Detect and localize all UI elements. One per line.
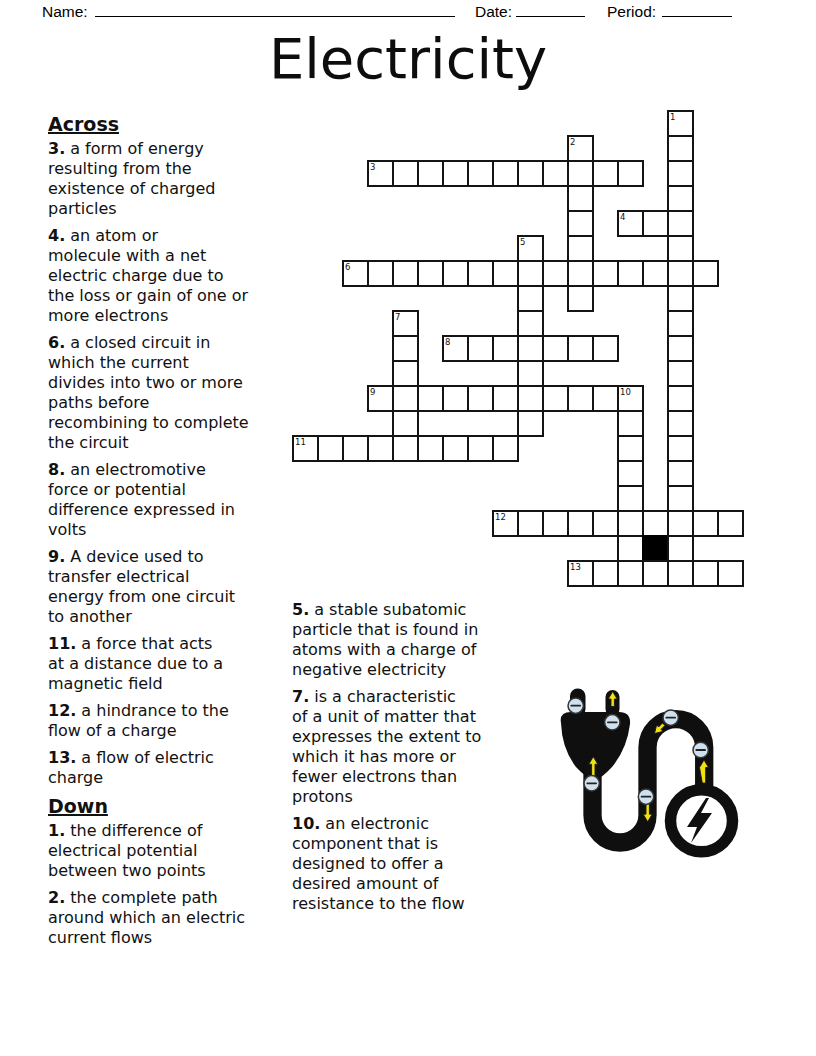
grid-cell[interactable] [667, 435, 694, 462]
grid-cell[interactable] [542, 160, 569, 187]
grid-cell[interactable] [667, 160, 694, 187]
grid-cell[interactable] [417, 385, 444, 412]
black-cell [642, 535, 669, 562]
grid-cell[interactable] [542, 510, 569, 537]
grid-cell[interactable] [592, 335, 619, 362]
electron-icon [568, 698, 583, 713]
clue-text: a stable subatomic particle that is foun… [292, 600, 478, 679]
grid-cell[interactable] [392, 385, 419, 412]
grid-cell[interactable]: 8 [442, 335, 469, 362]
grid-cell[interactable] [642, 560, 669, 587]
grid-cell[interactable]: 6 [342, 260, 369, 287]
grid-cell[interactable] [667, 260, 694, 287]
grid-cell[interactable] [667, 235, 694, 262]
grid-cell[interactable] [717, 560, 744, 587]
clue-number-label: 11. [48, 634, 76, 653]
grid-cell[interactable] [567, 160, 594, 187]
clue-number-label: 8. [48, 460, 65, 479]
grid-cell[interactable] [617, 460, 644, 487]
clue-down-7: 7.is a characteristic of a unit of matte… [292, 687, 527, 807]
clues-left-column: Across3.a form of energy resulting from … [48, 113, 300, 955]
date-label: Date: [475, 3, 512, 21]
grid-cell[interactable] [492, 435, 519, 462]
grid-cell[interactable] [342, 435, 369, 462]
grid-cell[interactable] [417, 160, 444, 187]
clue-text: the complete path around which an electr… [48, 888, 245, 947]
clue-down-10: 10.an electronic component that is desig… [292, 814, 527, 914]
grid-cell[interactable] [367, 435, 394, 462]
grid-cell[interactable] [617, 435, 644, 462]
grid-cell[interactable]: 13 [567, 560, 594, 587]
grid-cell[interactable]: 9 [367, 385, 394, 412]
grid-cell[interactable] [492, 160, 519, 187]
grid-cell[interactable] [667, 560, 694, 587]
grid-cell[interactable] [642, 510, 669, 537]
clue-number-label: 6. [48, 333, 65, 352]
grid-cell[interactable] [567, 185, 594, 212]
grid-cell[interactable] [392, 335, 419, 362]
grid-cell[interactable] [367, 260, 394, 287]
grid-cell[interactable] [617, 485, 644, 512]
grid-cell[interactable] [492, 335, 519, 362]
clue-number-label: 9. [48, 547, 65, 566]
grid-cell[interactable] [692, 260, 719, 287]
clue-number: 7 [395, 312, 400, 322]
across-heading: Across [48, 113, 300, 135]
grid-cell[interactable] [542, 335, 569, 362]
grid-cell[interactable] [692, 560, 719, 587]
clue-number-label: 7. [292, 687, 309, 706]
lightning-circle-icon [671, 790, 733, 852]
date-line[interactable] [516, 2, 585, 17]
clue-number: 10 [620, 387, 631, 397]
grid-cell[interactable] [517, 160, 544, 187]
grid-cell[interactable] [567, 385, 594, 412]
grid-cell[interactable] [517, 410, 544, 437]
clue-text: a form of energy resulting from the exis… [48, 139, 216, 218]
grid-cell[interactable]: 7 [392, 310, 419, 337]
plug-cable-illustration [540, 680, 750, 865]
grid-cell[interactable]: 12 [492, 510, 519, 537]
grid-cell[interactable]: 1 [667, 110, 694, 137]
grid-cell[interactable] [467, 260, 494, 287]
clue-text: a closed circuit in which the current di… [48, 333, 249, 452]
grid-cell[interactable] [392, 410, 419, 437]
clue-number: 6 [345, 262, 350, 272]
grid-cell[interactable] [617, 535, 644, 562]
clue-text: the difference of electrical potential b… [48, 821, 206, 880]
worksheet-page: Name: Date: Period: Electricity 12345678… [0, 0, 816, 1056]
electron-icon [605, 715, 620, 730]
grid-cell[interactable] [592, 160, 619, 187]
grid-cell[interactable]: 2 [567, 135, 594, 162]
grid-cell[interactable] [567, 335, 594, 362]
clue-number: 4 [620, 212, 625, 222]
clue-number-label: 4. [48, 226, 65, 245]
clue-across-4: 4.an atom or molecule with a net electri… [48, 226, 300, 326]
clue-number-label: 1. [48, 821, 65, 840]
clues-middle-column: 5.a stable subatomic particle that is fo… [292, 600, 527, 921]
grid-cell[interactable] [617, 560, 644, 587]
grid-cell[interactable] [667, 535, 694, 562]
grid-cell[interactable] [392, 160, 419, 187]
grid-cell[interactable] [442, 160, 469, 187]
grid-cell[interactable] [517, 385, 544, 412]
grid-cell[interactable] [517, 360, 544, 387]
clue-across-3: 3.a form of energy resulting from the ex… [48, 139, 300, 219]
grid-cell[interactable] [642, 260, 669, 287]
clue-across-8: 8.an electromotive force or potential di… [48, 460, 300, 540]
grid-cell[interactable] [617, 510, 644, 537]
grid-cell[interactable] [517, 510, 544, 537]
grid-cell[interactable] [642, 210, 669, 237]
grid-cell[interactable] [467, 435, 494, 462]
clue-number: 12 [495, 512, 506, 522]
grid-cell[interactable] [667, 135, 694, 162]
grid-cell[interactable] [517, 310, 544, 337]
clue-text: A device used to transfer electrical ene… [48, 547, 235, 626]
puzzle-title: Electricity [0, 29, 816, 89]
grid-cell[interactable] [667, 460, 694, 487]
clue-number-label: 5. [292, 600, 309, 619]
clue-across-11: 11.a force that acts at a distance due t… [48, 634, 300, 694]
grid-cell[interactable] [392, 260, 419, 287]
grid-cell[interactable] [567, 210, 594, 237]
grid-cell[interactable] [567, 260, 594, 287]
grid-cell[interactable] [517, 285, 544, 312]
clue-text: an atom or molecule with a net electric … [48, 226, 248, 325]
grid-cell[interactable] [667, 285, 694, 312]
grid-cell[interactable]: 5 [517, 235, 544, 262]
grid-cell[interactable] [667, 335, 694, 362]
grid-cell[interactable] [617, 260, 644, 287]
grid-cell[interactable] [592, 510, 619, 537]
grid-cell[interactable] [617, 410, 644, 437]
grid-cell[interactable] [567, 285, 594, 312]
clue-across-9: 9.A device used to transfer electrical e… [48, 547, 300, 627]
name-label: Name: [42, 3, 88, 21]
clue-number-label: 2. [48, 888, 65, 907]
clue-number: 2 [570, 137, 575, 147]
grid-cell[interactable] [492, 385, 519, 412]
grid-cell[interactable] [692, 510, 719, 537]
grid-cell[interactable] [517, 335, 544, 362]
grid-cell[interactable]: 4 [617, 210, 644, 237]
grid-cell[interactable] [517, 260, 544, 287]
grid-cell[interactable] [542, 385, 569, 412]
clue-number-label: 3. [48, 139, 65, 158]
clue-number: 8 [445, 337, 450, 347]
grid-cell[interactable] [317, 435, 344, 462]
clue-number: 5 [520, 237, 525, 247]
grid-cell[interactable] [442, 385, 469, 412]
grid-cell[interactable] [417, 435, 444, 462]
grid-cell[interactable] [392, 435, 419, 462]
grid-cell[interactable] [592, 260, 619, 287]
grid-cell[interactable]: 10 [617, 385, 644, 412]
grid-cell[interactable] [392, 360, 419, 387]
grid-cell[interactable] [667, 410, 694, 437]
electron-icon [584, 776, 599, 791]
grid-cell[interactable] [592, 385, 619, 412]
grid-cell[interactable] [667, 210, 694, 237]
grid-cell[interactable] [667, 510, 694, 537]
grid-cell[interactable] [442, 435, 469, 462]
grid-cell[interactable] [617, 160, 644, 187]
clue-number: 9 [370, 387, 375, 397]
clue-text: an electromotive force or potential diff… [48, 460, 235, 539]
grid-cell[interactable] [717, 510, 744, 537]
grid-cell[interactable] [667, 485, 694, 512]
grid-cell[interactable] [567, 510, 594, 537]
clue-number: 3 [370, 162, 375, 172]
grid-cell[interactable] [567, 235, 594, 262]
grid-cell[interactable] [667, 360, 694, 387]
period-line[interactable] [662, 2, 732, 17]
clue-number: 1 [670, 112, 675, 122]
grid-cell[interactable] [442, 260, 469, 287]
down-heading: Down [48, 795, 300, 817]
clue-across-13: 13.a flow of electric charge [48, 748, 300, 788]
electron-icon [693, 742, 708, 757]
clue-down-2: 2.the complete path around which an elec… [48, 888, 300, 948]
grid-cell[interactable] [667, 385, 694, 412]
clue-down-1: 1.the difference of electrical potential… [48, 821, 300, 881]
period-label: Period: [607, 3, 656, 21]
grid-cell[interactable] [592, 560, 619, 587]
grid-cell[interactable] [492, 260, 519, 287]
clue-across-6: 6.a closed circuit in which the current … [48, 333, 300, 453]
clue-down-5: 5.a stable subatomic particle that is fo… [292, 600, 527, 680]
grid-cell[interactable] [667, 185, 694, 212]
grid-cell[interactable] [417, 260, 444, 287]
clue-number-label: 10. [292, 814, 320, 833]
clue-across-12: 12.a hindrance to the flow of a charge [48, 701, 300, 741]
clue-number-label: 13. [48, 748, 76, 767]
clue-number: 13 [570, 562, 581, 572]
grid-cell[interactable] [542, 260, 569, 287]
grid-cell[interactable] [467, 385, 494, 412]
clue-number-label: 12. [48, 701, 76, 720]
grid-cell[interactable] [467, 160, 494, 187]
grid-cell[interactable] [467, 335, 494, 362]
name-line[interactable] [95, 2, 455, 17]
crossword-grid: 12345678910111213 [292, 110, 744, 587]
electron-icon [663, 710, 678, 725]
grid-cell[interactable] [667, 310, 694, 337]
grid-cell[interactable]: 3 [367, 160, 394, 187]
clue-text: is a characteristic of a unit of matter … [292, 687, 481, 806]
electron-icon [638, 789, 653, 804]
